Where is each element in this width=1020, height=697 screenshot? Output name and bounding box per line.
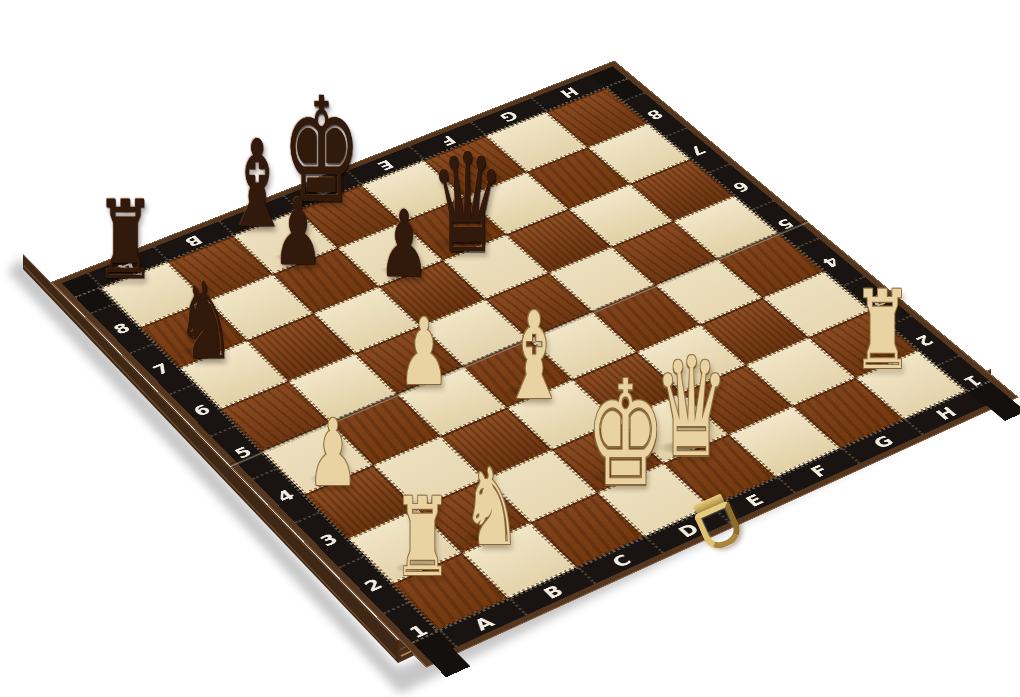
piece-white-bishop-d3[interactable]: ♝: [487, 318, 581, 412]
product-photo-canvas: ABCDEFGH ABCDEFGH 87654321 87654321 ♚♝♛♟…: [0, 0, 1020, 697]
piece-white-pawn-a3[interactable]: ♟: [297, 423, 369, 495]
piece-black-rook-a8[interactable]: ♜: [83, 205, 168, 290]
piece-white-rook-a1[interactable]: ♜: [380, 502, 465, 587]
piece-white-king-d1[interactable]: ♚: [569, 388, 682, 501]
piece-black-pawn-c7[interactable]: ♟: [262, 202, 334, 274]
piece-black-knight-a6[interactable]: ♞: [164, 287, 247, 370]
piece-black-pawn-d6[interactable]: ♟: [368, 214, 440, 286]
piece-white-pawn-c4[interactable]: ♟: [388, 322, 460, 394]
piece-white-rook-h1[interactable]: ♜: [840, 295, 925, 380]
